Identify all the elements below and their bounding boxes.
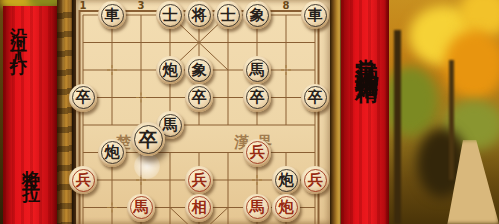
piece-glyph: 卒 [76,90,91,105]
piece-glyph: 将 [192,8,207,23]
piece-black-cannon[interactable]: 炮 [156,56,184,84]
screenshot-root: 沿河十八打 将军拉 123456789 楚河 漢界 車士将士象車炮象馬卒卒卒卒馬… [0,0,499,224]
piece-glyph: 炮 [163,63,178,78]
piece-red-cannon[interactable]: 炮 [272,194,300,222]
piece-red-pawn[interactable]: 兵 [301,166,329,194]
piece-black-king[interactable]: 将 [185,1,213,29]
piece-black-advisor[interactable]: 士 [156,1,184,29]
piece-glyph: 象 [192,63,207,78]
tree-trunk-silhouette [449,60,454,180]
piece-black-elephant[interactable]: 象 [243,1,271,29]
piece-glyph: 士 [221,8,236,23]
piece-glyph: 車 [308,8,323,23]
piece-black-elephant[interactable]: 象 [185,56,213,84]
piece-red-horse[interactable]: 馬 [243,194,271,222]
tree-trunk-silhouette [394,30,401,224]
piece-glyph: 卒 [192,90,207,105]
piece-glyph: 馬 [163,118,178,133]
piece-red-horse[interactable]: 馬 [127,194,155,222]
right-banner: 常见江湖骗招精 [341,0,389,224]
piece-glyph: 相 [192,200,207,215]
piece-glyph: 士 [163,8,178,23]
piece-glyph: 兵 [250,145,265,160]
piece-glyph: 卒 [139,130,158,149]
piece-glyph: 象 [250,8,265,23]
piece-glyph: 兵 [192,173,207,188]
piece-black-chariot[interactable]: 車 [301,1,329,29]
piece-glyph: 炮 [279,200,294,215]
move-ghost-marker [134,153,160,179]
piece-black-pawn[interactable]: 卒 [301,84,329,112]
piece-black-chariot[interactable]: 車 [98,1,126,29]
piece-glyph: 馬 [134,200,149,215]
file-label-3: 3 [138,0,145,11]
piece-black-pawn[interactable]: 卒 [243,84,271,112]
piece-black-pawn[interactable]: 卒 [69,84,97,112]
left-banner-text-line1: 沿河十八打 [8,13,31,53]
piece-black-cannon[interactable]: 炮 [98,139,126,167]
piece-glyph: 炮 [279,173,294,188]
board-frame-right [330,0,341,224]
piece-glyph: 炮 [105,145,120,160]
file-label-8: 8 [283,0,290,11]
piece-glyph: 卒 [308,90,323,105]
piece-red-pawn[interactable]: 兵 [185,166,213,194]
piece-glyph: 兵 [76,173,91,188]
right-banner-text: 常见江湖骗招精 [352,40,383,65]
xiangqi-board: 123456789 楚河 漢界 車士将士象車炮象馬卒卒卒卒馬炮兵兵兵炮兵馬相馬炮… [76,0,330,224]
forest-background [389,0,499,224]
piece-glyph: 馬 [250,200,265,215]
piece-red-elephant[interactable]: 相 [185,194,213,222]
piece-black-cannon[interactable]: 炮 [272,166,300,194]
left-banner: 沿河十八打 将军拉 [3,6,57,224]
piece-glyph: 卒 [250,90,265,105]
piece-glyph: 兵 [308,173,323,188]
piece-glyph: 車 [105,8,120,23]
piece-red-pawn[interactable]: 兵 [69,166,97,194]
piece-glyph: 馬 [250,63,265,78]
file-label-1: 1 [80,0,87,11]
piece-black-pawn-lifted[interactable]: 卒 [131,122,165,156]
piece-black-horse[interactable]: 馬 [243,56,271,84]
left-banner-text-line2: 将军拉 [19,155,43,176]
piece-black-pawn[interactable]: 卒 [185,84,213,112]
piece-black-advisor[interactable]: 士 [214,1,242,29]
piece-red-pawn[interactable]: 兵 [243,139,271,167]
